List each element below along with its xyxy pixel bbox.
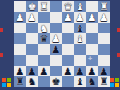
black-bishop-icon: ♝ bbox=[74, 76, 86, 87]
square-h8[interactable]: ♜ bbox=[14, 76, 26, 87]
square-b1[interactable] bbox=[86, 1, 98, 12]
square-f7[interactable]: ♟ bbox=[38, 66, 50, 77]
windows-logo-icon bbox=[2, 78, 11, 87]
square-e1[interactable] bbox=[50, 1, 62, 12]
white-rook-icon: ♜ bbox=[38, 1, 50, 12]
black-king-icon: ♚ bbox=[50, 76, 62, 87]
windows-logo-pane bbox=[2, 83, 6, 87]
black-pawn-icon: ♟ bbox=[98, 66, 110, 77]
right-upper-red-indicator bbox=[117, 28, 120, 32]
square-f4[interactable]: ♛ bbox=[38, 33, 50, 44]
square-e8[interactable]: ♚ bbox=[50, 76, 62, 87]
black-rook-icon: ♜ bbox=[98, 76, 110, 87]
black-rook-icon: ♜ bbox=[14, 76, 26, 87]
black-pawn-icon: ♟ bbox=[50, 44, 62, 55]
white-knight-icon: ♞ bbox=[38, 23, 50, 34]
square-g3[interactable] bbox=[26, 23, 38, 34]
white-pawn-icon: ♟ bbox=[50, 33, 62, 44]
square-c5[interactable] bbox=[74, 44, 86, 55]
square-e3[interactable] bbox=[50, 23, 62, 34]
square-g8[interactable]: ♞ bbox=[26, 76, 38, 87]
windows-logo-icon bbox=[110, 78, 119, 87]
black-pawn-icon: ♟ bbox=[86, 66, 98, 77]
black-pawn-icon: ♟ bbox=[38, 66, 50, 77]
square-c8[interactable]: ♝ bbox=[74, 76, 86, 87]
square-f5[interactable] bbox=[38, 44, 50, 55]
square-d4[interactable] bbox=[62, 33, 74, 44]
left-lower-red-indicator bbox=[0, 53, 3, 57]
square-h7[interactable]: ♟ bbox=[14, 66, 26, 77]
black-pawn-icon: ♟ bbox=[14, 66, 26, 77]
square-f2[interactable] bbox=[38, 12, 50, 23]
white-pawn-icon: ♟ bbox=[86, 12, 98, 23]
square-a4[interactable] bbox=[98, 33, 110, 44]
white-queen-icon: ♛ bbox=[62, 1, 74, 12]
square-a8[interactable]: ♜ bbox=[98, 76, 110, 87]
square-h5[interactable] bbox=[14, 44, 26, 55]
square-e4[interactable]: ♟ bbox=[50, 33, 62, 44]
black-pawn-icon: ♟ bbox=[26, 66, 38, 77]
square-b3[interactable] bbox=[86, 23, 98, 34]
black-knight-icon: ♞ bbox=[26, 76, 38, 87]
square-h1[interactable] bbox=[14, 1, 26, 12]
white-pawn-icon: ♟ bbox=[26, 12, 38, 23]
square-d3[interactable] bbox=[62, 23, 74, 34]
square-g2[interactable]: ♟ bbox=[26, 12, 38, 23]
white-rook-icon: ♜ bbox=[98, 1, 110, 12]
windows-logo-pane bbox=[115, 78, 119, 82]
square-e5[interactable]: ♟ bbox=[50, 44, 62, 55]
square-b2[interactable]: ♟ bbox=[86, 12, 98, 23]
square-e7[interactable] bbox=[50, 66, 62, 77]
windows-logo-pane bbox=[115, 83, 119, 87]
white-pawn-icon: ♟ bbox=[14, 12, 26, 23]
windows-logo-pane bbox=[110, 83, 114, 87]
square-a5[interactable] bbox=[98, 44, 110, 55]
square-a2[interactable]: ♟ bbox=[98, 12, 110, 23]
black-knight-icon: ♞ bbox=[86, 76, 98, 87]
square-g4[interactable] bbox=[26, 33, 38, 44]
black-pawn-icon: ♟ bbox=[74, 66, 86, 77]
square-f3[interactable]: ♞ bbox=[38, 23, 50, 34]
square-c2[interactable]: ♟ bbox=[74, 12, 86, 23]
square-a6[interactable] bbox=[98, 55, 110, 66]
square-c4[interactable]: ♝ bbox=[74, 33, 86, 44]
square-h4[interactable] bbox=[14, 33, 26, 44]
chess-app-window: ♚♜♛♝♜♟♟♟♟♟♟♞♝♛♟♝♟♟♟♟♟♟♟♟♜♞♚♝♞♜ ✛ bbox=[0, 0, 120, 90]
square-d7[interactable]: ♟ bbox=[62, 66, 74, 77]
cursor-icon: ✛ bbox=[88, 56, 92, 60]
square-a7[interactable]: ♟ bbox=[98, 66, 110, 77]
square-c7[interactable]: ♟ bbox=[74, 66, 86, 77]
left-upper-red-indicator bbox=[0, 28, 3, 32]
square-h6[interactable] bbox=[14, 55, 26, 66]
black-bishop-icon: ♝ bbox=[74, 23, 86, 34]
square-c1[interactable]: ♝ bbox=[74, 1, 86, 12]
windows-logo-pane bbox=[2, 78, 6, 82]
square-h2[interactable]: ♟ bbox=[14, 12, 26, 23]
square-d8[interactable] bbox=[62, 76, 74, 87]
square-d2[interactable]: ♟ bbox=[62, 12, 74, 23]
square-g7[interactable]: ♟ bbox=[26, 66, 38, 77]
square-c6[interactable] bbox=[74, 55, 86, 66]
white-bishop-icon: ♝ bbox=[74, 33, 86, 44]
square-g6[interactable] bbox=[26, 55, 38, 66]
square-c3[interactable]: ♝ bbox=[74, 23, 86, 34]
square-b5[interactable] bbox=[86, 44, 98, 55]
square-b7[interactable]: ♟ bbox=[86, 66, 98, 77]
square-a1[interactable]: ♜ bbox=[98, 1, 110, 12]
square-d6[interactable] bbox=[62, 55, 74, 66]
square-h3[interactable] bbox=[14, 23, 26, 34]
square-d1[interactable]: ♛ bbox=[62, 1, 74, 12]
white-king-icon: ♚ bbox=[26, 1, 38, 12]
windows-logo-pane bbox=[110, 78, 114, 82]
square-e2[interactable] bbox=[50, 12, 62, 23]
white-pawn-icon: ♟ bbox=[98, 12, 110, 23]
square-g5[interactable] bbox=[26, 44, 38, 55]
windows-logo-pane bbox=[7, 83, 11, 87]
square-d5[interactable] bbox=[62, 44, 74, 55]
square-e6[interactable] bbox=[50, 55, 62, 66]
square-f1[interactable]: ♜ bbox=[38, 1, 50, 12]
square-f8[interactable] bbox=[38, 76, 50, 87]
black-pawn-icon: ♟ bbox=[62, 66, 74, 77]
black-queen-icon: ♛ bbox=[38, 33, 50, 44]
windows-logo-pane bbox=[7, 78, 11, 82]
square-g1[interactable]: ♚ bbox=[26, 1, 38, 12]
chess-board: ♚♜♛♝♜♟♟♟♟♟♟♞♝♛♟♝♟♟♟♟♟♟♟♟♜♞♚♝♞♜ bbox=[14, 1, 110, 87]
square-f6[interactable] bbox=[38, 55, 50, 66]
right-lower-red-indicator bbox=[117, 53, 120, 57]
white-pawn-icon: ♟ bbox=[74, 12, 86, 23]
square-b8[interactable]: ♞ bbox=[86, 76, 98, 87]
white-bishop-icon: ♝ bbox=[74, 1, 86, 12]
white-pawn-icon: ♟ bbox=[62, 12, 74, 23]
square-a3[interactable] bbox=[98, 23, 110, 34]
square-b4[interactable] bbox=[86, 33, 98, 44]
